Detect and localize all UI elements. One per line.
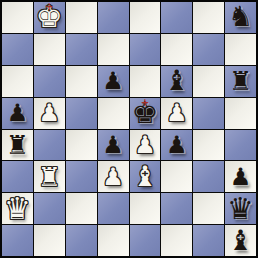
square-c5[interactable] <box>66 98 97 129</box>
square-f7[interactable] <box>161 34 192 65</box>
square-h5[interactable] <box>225 98 256 129</box>
piece-black-queen[interactable]: ♛ <box>225 193 256 224</box>
piece-white-bishop[interactable]: ♝ <box>130 161 161 192</box>
square-a4[interactable]: ♜ <box>2 130 33 161</box>
square-h1[interactable]: ♝ <box>225 225 256 256</box>
piece-white-rook[interactable]: ♜ <box>34 161 65 192</box>
square-h2[interactable]: ♛ <box>225 193 256 224</box>
square-c1[interactable] <box>66 225 97 256</box>
square-b2[interactable] <box>34 193 65 224</box>
square-g5[interactable] <box>193 98 224 129</box>
king-cross-accent: + <box>141 98 149 108</box>
square-c3[interactable] <box>66 161 97 192</box>
square-e3[interactable]: ♝ <box>130 161 161 192</box>
piece-black-pawn[interactable]: ♟ <box>225 161 256 192</box>
square-g1[interactable] <box>193 225 224 256</box>
square-d2[interactable] <box>98 193 129 224</box>
piece-black-rook[interactable]: ♜ <box>225 66 256 97</box>
square-d7[interactable] <box>98 34 129 65</box>
square-h6[interactable]: ♜ <box>225 66 256 97</box>
square-f5[interactable]: ♟ <box>161 98 192 129</box>
square-a7[interactable] <box>2 34 33 65</box>
square-d5[interactable] <box>98 98 129 129</box>
square-a8[interactable] <box>2 2 33 33</box>
square-c4[interactable] <box>66 130 97 161</box>
square-d3[interactable]: ♟ <box>98 161 129 192</box>
square-e7[interactable] <box>130 34 161 65</box>
square-b6[interactable] <box>34 66 65 97</box>
square-a2[interactable]: ♛ <box>2 193 33 224</box>
piece-white-pawn[interactable]: ♟ <box>161 98 192 129</box>
square-f1[interactable] <box>161 225 192 256</box>
square-c2[interactable] <box>66 193 97 224</box>
square-h3[interactable]: ♟ <box>225 161 256 192</box>
square-h8[interactable]: ♞ <box>225 2 256 33</box>
square-b1[interactable] <box>34 225 65 256</box>
square-e8[interactable] <box>130 2 161 33</box>
square-d8[interactable] <box>98 2 129 33</box>
square-b7[interactable] <box>34 34 65 65</box>
square-e2[interactable] <box>130 193 161 224</box>
piece-black-bishop[interactable]: ♝ <box>161 66 192 97</box>
square-a5[interactable]: ♟ <box>2 98 33 129</box>
square-d6[interactable]: ♟ <box>98 66 129 97</box>
king-cross-accent: + <box>45 2 53 12</box>
square-a1[interactable] <box>2 225 33 256</box>
square-e4[interactable]: ♟ <box>130 130 161 161</box>
piece-white-pawn[interactable]: ♟ <box>130 130 161 161</box>
square-a6[interactable] <box>2 66 33 97</box>
square-d4[interactable]: ♟ <box>98 130 129 161</box>
square-g4[interactable] <box>193 130 224 161</box>
square-a3[interactable] <box>2 161 33 192</box>
square-e6[interactable] <box>130 66 161 97</box>
square-e5[interactable]: ♚+ <box>130 98 161 129</box>
piece-black-bishop[interactable]: ♝ <box>225 225 256 256</box>
square-f8[interactable] <box>161 2 192 33</box>
square-b8[interactable]: ♚+ <box>34 2 65 33</box>
square-f4[interactable]: ♟ <box>161 130 192 161</box>
square-h7[interactable] <box>225 34 256 65</box>
chess-board: ♚+♞♟♝♜♟♟♚+♟♜♟♟♟♜♟♝♟♛♛♝ <box>0 0 258 258</box>
square-f2[interactable] <box>161 193 192 224</box>
square-c7[interactable] <box>66 34 97 65</box>
square-b3[interactable]: ♜ <box>34 161 65 192</box>
piece-black-knight[interactable]: ♞ <box>225 2 256 33</box>
square-g7[interactable] <box>193 34 224 65</box>
piece-white-pawn[interactable]: ♟ <box>98 161 129 192</box>
square-g3[interactable] <box>193 161 224 192</box>
piece-black-king[interactable]: ♚+ <box>130 98 161 129</box>
square-d1[interactable] <box>98 225 129 256</box>
piece-black-rook[interactable]: ♜ <box>2 130 33 161</box>
square-g2[interactable] <box>193 193 224 224</box>
piece-white-queen[interactable]: ♛ <box>2 193 33 224</box>
square-c8[interactable] <box>66 2 97 33</box>
piece-black-pawn[interactable]: ♟ <box>98 130 129 161</box>
square-c6[interactable] <box>66 66 97 97</box>
square-e1[interactable] <box>130 225 161 256</box>
square-f3[interactable] <box>161 161 192 192</box>
square-g6[interactable] <box>193 66 224 97</box>
piece-black-pawn[interactable]: ♟ <box>2 98 33 129</box>
square-b4[interactable] <box>34 130 65 161</box>
square-g8[interactable] <box>193 2 224 33</box>
piece-black-pawn[interactable]: ♟ <box>98 66 129 97</box>
square-f6[interactable]: ♝ <box>161 66 192 97</box>
square-b5[interactable]: ♟ <box>34 98 65 129</box>
piece-white-pawn[interactable]: ♟ <box>34 98 65 129</box>
piece-black-pawn[interactable]: ♟ <box>161 130 192 161</box>
chess-diagram: ♚+♞♟♝♜♟♟♚+♟♜♟♟♟♜♟♝♟♛♛♝ <box>0 0 258 258</box>
square-h4[interactable] <box>225 130 256 161</box>
piece-white-king[interactable]: ♚+ <box>34 2 65 33</box>
